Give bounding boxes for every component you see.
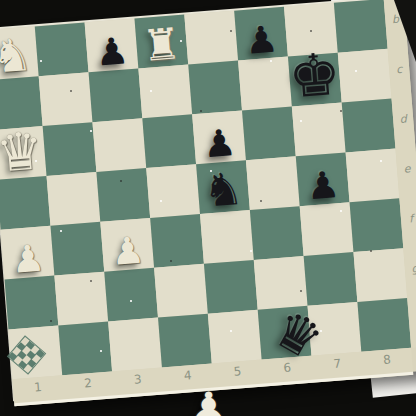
photo-background: ♞♟♜♟♚♛♟♞♟♟♟♛ 12345678 bcdefgh ♟ xyxy=(0,0,416,416)
dust-speckles-light xyxy=(0,0,2,2)
white-pawn-f1[interactable]: ♟ xyxy=(1,226,55,280)
square-b2[interactable] xyxy=(35,22,89,76)
square-g4[interactable] xyxy=(154,264,208,318)
square-c8[interactable] xyxy=(338,49,392,103)
pawn-glyph: ♟ xyxy=(110,232,146,271)
square-g7[interactable] xyxy=(304,252,358,306)
square-f8[interactable] xyxy=(350,198,404,252)
white-rook-b4[interactable]: ♜ xyxy=(134,15,188,69)
white-pawn-f3[interactable]: ♟ xyxy=(100,218,154,272)
black-pawn-e7[interactable]: ♟ xyxy=(296,152,350,206)
square-h2[interactable] xyxy=(58,322,112,376)
square-h8[interactable] xyxy=(357,298,411,352)
rank-label-1: 1 xyxy=(12,375,64,403)
queen-glyph: ♛ xyxy=(0,124,45,179)
pawn-glyph: ♟ xyxy=(244,20,280,59)
square-d2[interactable] xyxy=(43,122,97,176)
square-g2[interactable] xyxy=(54,272,108,326)
file-label-f: f xyxy=(399,197,416,248)
square-g3[interactable] xyxy=(104,268,158,322)
captured-white-pawn[interactable]: ♟ xyxy=(188,386,229,416)
square-h3[interactable] xyxy=(108,318,162,372)
square-g5[interactable] xyxy=(204,260,258,314)
square-h5[interactable] xyxy=(208,310,262,364)
square-h1[interactable] xyxy=(8,325,62,379)
square-b5[interactable] xyxy=(184,11,238,65)
knight-glyph: ♞ xyxy=(0,32,34,80)
square-f6[interactable] xyxy=(250,206,304,260)
black-queen-h6[interactable]: ♛ xyxy=(258,306,312,360)
white-knight-b1[interactable]: ♞ xyxy=(0,26,39,80)
square-c6[interactable] xyxy=(238,57,292,111)
square-g8[interactable] xyxy=(353,248,407,302)
rank-label-7: 7 xyxy=(311,352,363,380)
square-e1[interactable] xyxy=(0,176,50,230)
square-d6[interactable] xyxy=(242,106,296,160)
rook-glyph: ♜ xyxy=(141,22,183,68)
square-c5[interactable] xyxy=(188,61,242,115)
pawn-glyph: ♟ xyxy=(10,239,46,278)
dust-speckles-dark xyxy=(0,0,2,2)
black-pawn-d5[interactable]: ♟ xyxy=(192,110,246,164)
square-g1[interactable] xyxy=(5,276,59,330)
pawn-glyph: ♟ xyxy=(202,124,238,163)
rank-label-8: 8 xyxy=(361,348,413,376)
black-pawn-b6[interactable]: ♟ xyxy=(234,7,288,61)
rank-label-2: 2 xyxy=(62,371,114,399)
black-pawn-b3[interactable]: ♟ xyxy=(85,19,139,73)
checkered-diamond-logo xyxy=(8,337,45,374)
pawn-glyph: ♟ xyxy=(305,166,341,205)
square-e8[interactable] xyxy=(346,148,400,202)
square-d4[interactable] xyxy=(142,114,196,168)
square-e2[interactable] xyxy=(47,172,101,226)
chess-board[interactable]: ♞♟♜♟♚♛♟♞♟♟♟♛ 12345678 bcdefgh xyxy=(0,0,416,403)
square-c4[interactable] xyxy=(138,64,192,118)
file-label-e: e xyxy=(395,147,416,198)
square-c2[interactable] xyxy=(39,72,93,126)
square-h4[interactable] xyxy=(158,314,212,368)
white-queen-d1[interactable]: ♛ xyxy=(0,126,47,180)
square-f5[interactable] xyxy=(200,210,254,264)
square-d8[interactable] xyxy=(342,99,396,153)
king-glyph: ♚ xyxy=(286,45,342,107)
square-f7[interactable] xyxy=(300,202,354,256)
black-king-c7[interactable]: ♚ xyxy=(288,53,342,107)
board-grid[interactable]: ♞♟♜♟♚♛♟♞♟♟♟♛ xyxy=(0,0,411,379)
square-e4[interactable] xyxy=(146,164,200,218)
black-knight-e5[interactable]: ♞ xyxy=(196,160,250,214)
square-f4[interactable] xyxy=(150,214,204,268)
square-c3[interactable] xyxy=(89,68,143,122)
square-d3[interactable] xyxy=(92,118,146,172)
square-b8[interactable] xyxy=(334,0,388,53)
rank-label-3: 3 xyxy=(112,367,164,395)
square-f2[interactable] xyxy=(50,222,104,276)
pawn-glyph: ♟ xyxy=(94,32,130,71)
knight-glyph: ♞ xyxy=(201,166,245,214)
square-e6[interactable] xyxy=(246,156,300,210)
file-label-d: d xyxy=(392,97,416,148)
square-e3[interactable] xyxy=(96,168,150,222)
file-label-c: c xyxy=(388,47,412,98)
